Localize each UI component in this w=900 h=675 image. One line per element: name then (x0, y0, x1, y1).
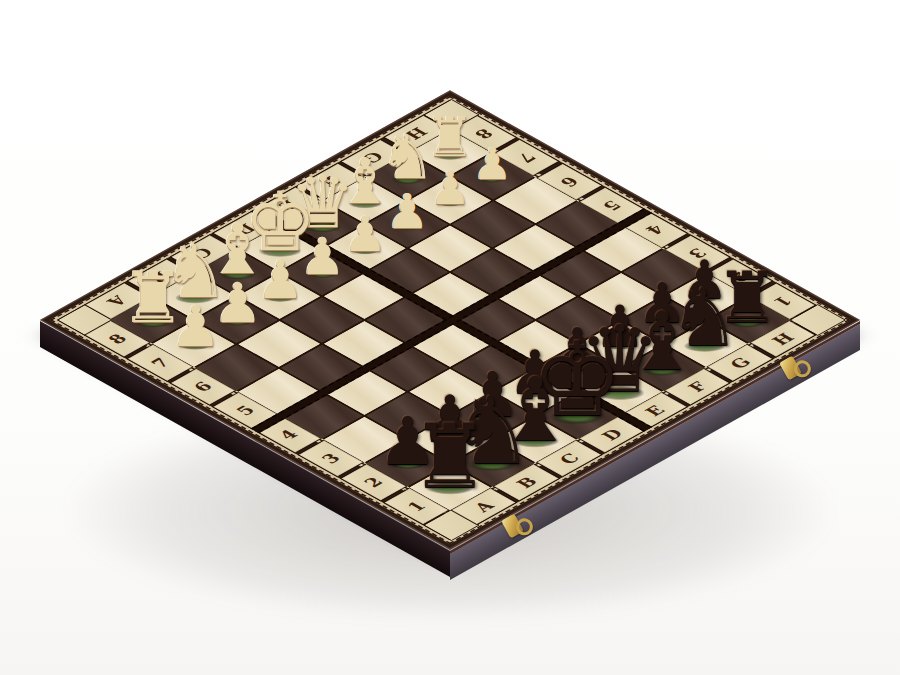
piece-light-pawn-a7[interactable]: ♟ (170, 298, 221, 355)
piece-light-pawn-g7[interactable]: ♟ (429, 165, 470, 211)
piece-light-pawn-d7[interactable]: ♟ (300, 232, 346, 283)
piece-light-pawn-c7[interactable]: ♟ (257, 254, 305, 307)
piece-light-pawn-e7[interactable]: ♟ (343, 210, 387, 259)
piece-dark-rook-a1[interactable]: ♜ (411, 413, 490, 501)
piece-light-pawn-f7[interactable]: ♟ (386, 187, 429, 235)
product-photo-chess-set: ABCDEFGH ABCDEFGH 87654321 87654321 ♜♞♝♚… (0, 0, 900, 675)
pieces-layer: ♜♞♝♚♛♝♞♜♟♟♟♟♟♟♟♟♟♟♟♟♟♟♟♟♜♞♝♚♛♝♞♜ (0, 0, 900, 675)
piece-light-pawn-h7[interactable]: ♟ (473, 143, 512, 187)
